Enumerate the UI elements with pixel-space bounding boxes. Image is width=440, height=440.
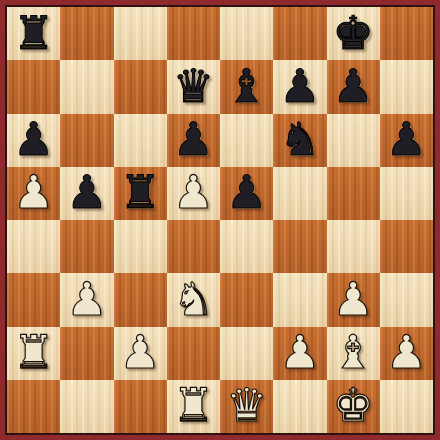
piece-black-knight[interactable]: ♞ bbox=[279, 116, 320, 162]
piece-white-pawn[interactable]: ♟ bbox=[386, 329, 427, 375]
square-e2[interactable] bbox=[220, 327, 273, 380]
square-e4[interactable] bbox=[220, 220, 273, 273]
square-f1[interactable] bbox=[273, 380, 326, 433]
piece-black-rook[interactable]: ♜ bbox=[120, 169, 161, 215]
square-b8[interactable] bbox=[60, 7, 113, 60]
square-h3[interactable] bbox=[380, 273, 433, 326]
square-f5[interactable] bbox=[273, 167, 326, 220]
square-d7[interactable]: ♛ bbox=[167, 60, 220, 113]
piece-white-rook[interactable]: ♜ bbox=[173, 382, 214, 428]
square-d1[interactable]: ♜ bbox=[167, 380, 220, 433]
piece-black-pawn[interactable]: ♟ bbox=[173, 116, 214, 162]
square-e7[interactable]: ♝ bbox=[220, 60, 273, 113]
piece-white-pawn[interactable]: ♟ bbox=[173, 169, 214, 215]
piece-black-pawn[interactable]: ♟ bbox=[279, 63, 320, 109]
square-e6[interactable] bbox=[220, 114, 273, 167]
square-c5[interactable]: ♜ bbox=[114, 167, 167, 220]
square-f7[interactable]: ♟ bbox=[273, 60, 326, 113]
square-h1[interactable] bbox=[380, 380, 433, 433]
piece-white-rook[interactable]: ♜ bbox=[13, 329, 54, 375]
piece-black-queen[interactable]: ♛ bbox=[173, 63, 214, 109]
board-frame: ♜♚♛♝♟♟♟♟♞♟♟♟♜♟♟♟♞♟♜♟♟♝♟♜♛♚ bbox=[0, 0, 440, 440]
square-b6[interactable] bbox=[60, 114, 113, 167]
square-a6[interactable]: ♟ bbox=[7, 114, 60, 167]
piece-white-pawn[interactable]: ♟ bbox=[13, 169, 54, 215]
piece-white-knight[interactable]: ♞ bbox=[173, 276, 214, 322]
piece-black-pawn[interactable]: ♟ bbox=[13, 116, 54, 162]
piece-white-king[interactable]: ♚ bbox=[333, 382, 374, 428]
piece-black-king[interactable]: ♚ bbox=[333, 10, 374, 56]
square-b5[interactable]: ♟ bbox=[60, 167, 113, 220]
piece-black-pawn[interactable]: ♟ bbox=[226, 169, 267, 215]
square-a8[interactable]: ♜ bbox=[7, 7, 60, 60]
piece-black-rook[interactable]: ♜ bbox=[13, 10, 54, 56]
square-h6[interactable]: ♟ bbox=[380, 114, 433, 167]
square-c3[interactable] bbox=[114, 273, 167, 326]
square-g6[interactable] bbox=[327, 114, 380, 167]
square-d6[interactable]: ♟ bbox=[167, 114, 220, 167]
square-c8[interactable] bbox=[114, 7, 167, 60]
square-c1[interactable] bbox=[114, 380, 167, 433]
piece-black-pawn[interactable]: ♟ bbox=[386, 116, 427, 162]
square-c6[interactable] bbox=[114, 114, 167, 167]
piece-white-pawn[interactable]: ♟ bbox=[333, 276, 374, 322]
square-b7[interactable] bbox=[60, 60, 113, 113]
square-f8[interactable] bbox=[273, 7, 326, 60]
piece-white-queen[interactable]: ♛ bbox=[226, 382, 267, 428]
square-b1[interactable] bbox=[60, 380, 113, 433]
square-c2[interactable]: ♟ bbox=[114, 327, 167, 380]
piece-white-pawn[interactable]: ♟ bbox=[120, 329, 161, 375]
square-h2[interactable]: ♟ bbox=[380, 327, 433, 380]
square-d4[interactable] bbox=[167, 220, 220, 273]
square-e1[interactable]: ♛ bbox=[220, 380, 273, 433]
square-f2[interactable]: ♟ bbox=[273, 327, 326, 380]
square-f3[interactable] bbox=[273, 273, 326, 326]
square-a1[interactable] bbox=[7, 380, 60, 433]
square-d8[interactable] bbox=[167, 7, 220, 60]
square-g1[interactable]: ♚ bbox=[327, 380, 380, 433]
square-a2[interactable]: ♜ bbox=[7, 327, 60, 380]
piece-black-bishop[interactable]: ♝ bbox=[226, 63, 267, 109]
square-h8[interactable] bbox=[380, 7, 433, 60]
square-e8[interactable] bbox=[220, 7, 273, 60]
square-c7[interactable] bbox=[114, 60, 167, 113]
piece-white-pawn[interactable]: ♟ bbox=[279, 329, 320, 375]
square-f4[interactable] bbox=[273, 220, 326, 273]
square-g3[interactable]: ♟ bbox=[327, 273, 380, 326]
square-h5[interactable] bbox=[380, 167, 433, 220]
square-d2[interactable] bbox=[167, 327, 220, 380]
piece-black-pawn[interactable]: ♟ bbox=[333, 63, 374, 109]
square-f6[interactable]: ♞ bbox=[273, 114, 326, 167]
square-b4[interactable] bbox=[60, 220, 113, 273]
piece-white-pawn[interactable]: ♟ bbox=[66, 276, 107, 322]
square-g8[interactable]: ♚ bbox=[327, 7, 380, 60]
square-e3[interactable] bbox=[220, 273, 273, 326]
square-g5[interactable] bbox=[327, 167, 380, 220]
square-g4[interactable] bbox=[327, 220, 380, 273]
piece-white-bishop[interactable]: ♝ bbox=[333, 329, 374, 375]
square-d3[interactable]: ♞ bbox=[167, 273, 220, 326]
square-g2[interactable]: ♝ bbox=[327, 327, 380, 380]
square-h4[interactable] bbox=[380, 220, 433, 273]
square-b3[interactable]: ♟ bbox=[60, 273, 113, 326]
square-d5[interactable]: ♟ bbox=[167, 167, 220, 220]
square-a5[interactable]: ♟ bbox=[7, 167, 60, 220]
square-c4[interactable] bbox=[114, 220, 167, 273]
piece-black-pawn[interactable]: ♟ bbox=[66, 169, 107, 215]
square-h7[interactable] bbox=[380, 60, 433, 113]
square-g7[interactable]: ♟ bbox=[327, 60, 380, 113]
square-a3[interactable] bbox=[7, 273, 60, 326]
chess-board: ♜♚♛♝♟♟♟♟♞♟♟♟♜♟♟♟♞♟♜♟♟♝♟♜♛♚ bbox=[5, 5, 435, 435]
square-b2[interactable] bbox=[60, 327, 113, 380]
square-e5[interactable]: ♟ bbox=[220, 167, 273, 220]
square-a4[interactable] bbox=[7, 220, 60, 273]
square-a7[interactable] bbox=[7, 60, 60, 113]
